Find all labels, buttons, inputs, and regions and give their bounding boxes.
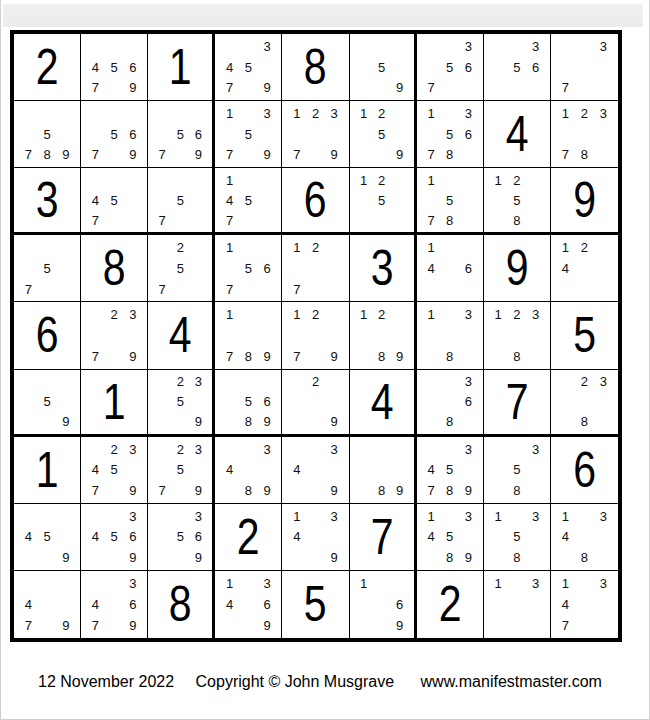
cell-r4c8[interactable]: 9 [484, 235, 551, 302]
pencil-marks: 89 [350, 437, 414, 503]
pencil-marks: 34679 [81, 571, 147, 638]
big-digit: 5 [288, 571, 342, 638]
cell-r6c9[interactable]: 238 [551, 370, 618, 437]
top-band [3, 4, 643, 27]
cell-r5c6[interactable]: 1289 [350, 302, 417, 369]
cell-r3c7[interactable]: 1578 [417, 168, 484, 235]
cell-r5c8[interactable]: 1238 [484, 302, 551, 369]
pencil-marks: 1238 [484, 302, 550, 368]
footer: 12 November 2022 Copyright © John Musgra… [38, 673, 602, 691]
cell-r9c1[interactable]: 479 [14, 571, 81, 638]
big-digit: 8 [87, 235, 141, 301]
pencil-marks: 1358 [484, 504, 550, 570]
cell-r5c9[interactable]: 5 [551, 302, 618, 369]
cell-r7c8[interactable]: 358 [484, 437, 551, 504]
pencil-marks: 34569 [81, 504, 147, 570]
cell-r2c5[interactable]: 12379 [282, 101, 349, 168]
big-digit: 1 [154, 34, 207, 100]
cell-r6c5[interactable]: 29 [282, 370, 349, 437]
big-digit: 5 [557, 302, 612, 368]
cell-r4c4[interactable]: 1567 [215, 235, 282, 302]
footer-website: www.manifestmaster.com [421, 673, 602, 690]
cell-r3c9[interactable]: 9 [551, 168, 618, 235]
pencil-marks: 356 [484, 34, 550, 100]
cell-r1c6[interactable]: 59 [350, 34, 417, 101]
cell-r5c7[interactable]: 138 [417, 302, 484, 369]
pencil-marks: 59 [14, 370, 80, 434]
pencil-marks: 1289 [350, 302, 414, 368]
cell-r2c2[interactable]: 5679 [81, 101, 148, 168]
cell-r7c2[interactable]: 234579 [81, 437, 148, 504]
big-digit: 8 [288, 34, 342, 100]
cell-r6c6[interactable]: 4 [350, 370, 417, 437]
pencil-marks: 13469 [215, 571, 281, 638]
cell-r2c7[interactable]: 135678 [417, 101, 484, 168]
cell-r3c5[interactable]: 6 [282, 168, 349, 235]
cell-r8c3[interactable]: 3569 [148, 504, 215, 571]
pencil-marks: 1349 [282, 504, 348, 570]
cell-r5c4[interactable]: 1789 [215, 302, 282, 369]
cell-r4c5[interactable]: 127 [282, 235, 349, 302]
pencil-marks: 5689 [215, 370, 281, 434]
pencil-marks: 12379 [282, 101, 348, 167]
cell-r2c6[interactable]: 1259 [350, 101, 417, 168]
pencil-marks: 349 [282, 437, 348, 503]
footer-date: 12 November 2022 [38, 673, 174, 690]
cell-r2c8[interactable]: 4 [484, 101, 551, 168]
pencil-marks: 57 [14, 235, 80, 301]
cell-r8c1[interactable]: 459 [14, 504, 81, 571]
cell-r3c2[interactable]: 457 [81, 168, 148, 235]
pencil-marks: 134589 [417, 504, 483, 570]
big-digit: 6 [288, 168, 342, 232]
big-digit: 1 [20, 437, 74, 503]
cell-r7c9[interactable]: 6 [551, 437, 618, 504]
big-digit: 7 [355, 504, 408, 570]
cell-r4c3[interactable]: 257 [148, 235, 215, 302]
cell-r6c7[interactable]: 368 [417, 370, 484, 437]
pencil-marks: 13579 [215, 101, 281, 167]
pencil-marks: 29 [282, 370, 348, 434]
pencil-marks: 2359 [148, 370, 212, 434]
pencil-marks: 3489 [215, 437, 281, 503]
sudoku-board: 2456791345798593567356375789567956791357… [10, 30, 622, 642]
cell-r3c1[interactable]: 3 [14, 168, 81, 235]
cell-r1c5[interactable]: 8 [282, 34, 349, 101]
pencil-marks: 1348 [551, 504, 618, 570]
footer-copyright: Copyright © John Musgrave [196, 673, 395, 690]
pencil-marks: 1789 [215, 302, 281, 368]
cell-r9c4[interactable]: 13469 [215, 571, 282, 638]
pencil-marks: 37 [551, 34, 618, 100]
cell-r6c8[interactable]: 7 [484, 370, 551, 437]
pencil-marks: 3569 [148, 504, 212, 570]
pencil-marks: 146 [417, 235, 483, 301]
cell-r9c5[interactable]: 5 [282, 571, 349, 638]
cell-r8c6[interactable]: 7 [350, 504, 417, 571]
pencil-marks: 1578 [417, 168, 483, 232]
pencil-marks: 1259 [350, 101, 414, 167]
cell-r5c5[interactable]: 1279 [282, 302, 349, 369]
big-digit: 6 [20, 302, 74, 368]
pencil-marks: 127 [282, 235, 348, 301]
big-digit: 3 [355, 235, 408, 301]
cell-r6c2[interactable]: 1 [81, 370, 148, 437]
pencil-marks: 57 [148, 168, 212, 232]
big-digit: 1 [87, 370, 141, 434]
cell-r7c6[interactable]: 89 [350, 437, 417, 504]
cell-r8c9[interactable]: 1348 [551, 504, 618, 571]
cell-r4c1[interactable]: 57 [14, 235, 81, 302]
cell-r1c1[interactable]: 2 [14, 34, 81, 101]
pencil-marks: 135678 [417, 101, 483, 167]
cell-r6c4[interactable]: 5689 [215, 370, 282, 437]
big-digit: 2 [423, 571, 477, 638]
cell-r6c3[interactable]: 2359 [148, 370, 215, 437]
pencil-marks: 479 [14, 571, 80, 638]
pencil-marks: 257 [148, 235, 212, 301]
cell-r8c2[interactable]: 34569 [81, 504, 148, 571]
cell-r7c4[interactable]: 3489 [215, 437, 282, 504]
cell-r9c2[interactable]: 34679 [81, 571, 148, 638]
pencil-marks: 459 [14, 504, 80, 570]
cell-r1c7[interactable]: 3567 [417, 34, 484, 101]
pencil-marks: 45679 [81, 34, 147, 100]
pencil-marks: 2379 [81, 302, 147, 368]
cell-r9c8[interactable]: 13 [484, 571, 551, 638]
big-digit: 2 [221, 504, 275, 570]
pencil-marks: 1279 [282, 302, 348, 368]
cell-r8c5[interactable]: 1349 [282, 504, 349, 571]
cell-r1c3[interactable]: 1 [148, 34, 215, 101]
pencil-marks: 234579 [81, 437, 147, 503]
cell-r4c6[interactable]: 3 [350, 235, 417, 302]
big-digit: 6 [557, 437, 612, 503]
cell-r6c1[interactable]: 59 [14, 370, 81, 437]
pencil-marks: 1347 [551, 571, 618, 638]
cell-r2c1[interactable]: 5789 [14, 101, 81, 168]
pencil-marks: 23579 [148, 437, 212, 503]
big-digit: 9 [557, 168, 612, 232]
big-digit: 2 [20, 34, 74, 100]
pencil-marks: 13 [484, 571, 550, 638]
cell-r3c3[interactable]: 57 [148, 168, 215, 235]
pencil-marks: 368 [417, 370, 483, 434]
cell-r1c8[interactable]: 356 [484, 34, 551, 101]
cell-r3c8[interactable]: 1258 [484, 168, 551, 235]
cell-r2c9[interactable]: 12378 [551, 101, 618, 168]
cell-r1c9[interactable]: 37 [551, 34, 618, 101]
cell-r8c8[interactable]: 1358 [484, 504, 551, 571]
cell-r4c9[interactable]: 124 [551, 235, 618, 302]
cell-r9c6[interactable]: 169 [350, 571, 417, 638]
cell-r9c3[interactable]: 8 [148, 571, 215, 638]
cell-r5c1[interactable]: 6 [14, 302, 81, 369]
cell-r1c2[interactable]: 45679 [81, 34, 148, 101]
big-digit: 9 [490, 235, 544, 301]
big-digit: 4 [490, 101, 544, 167]
big-digit: 4 [154, 302, 207, 368]
pencil-marks: 5679 [81, 101, 147, 167]
cell-r4c7[interactable]: 146 [417, 235, 484, 302]
pencil-marks: 3567 [417, 34, 483, 100]
cell-r7c3[interactable]: 23579 [148, 437, 215, 504]
cell-r2c3[interactable]: 5679 [148, 101, 215, 168]
cell-r3c6[interactable]: 125 [350, 168, 417, 235]
cell-r2c4[interactable]: 13579 [215, 101, 282, 168]
cell-r8c4[interactable]: 2 [215, 504, 282, 571]
pencil-marks: 5679 [148, 101, 212, 167]
cell-r7c1[interactable]: 1 [14, 437, 81, 504]
pencil-marks: 457 [81, 168, 147, 232]
pencil-marks: 238 [551, 370, 618, 434]
cell-r1c4[interactable]: 34579 [215, 34, 282, 101]
pencil-marks: 124 [551, 235, 618, 301]
pencil-marks: 34579 [215, 34, 281, 100]
cell-r3c4[interactable]: 1457 [215, 168, 282, 235]
cell-r8c7[interactable]: 134589 [417, 504, 484, 571]
pencil-marks: 169 [350, 571, 414, 638]
cell-r7c7[interactable]: 345789 [417, 437, 484, 504]
big-digit: 8 [154, 571, 207, 638]
pencil-marks: 12378 [551, 101, 618, 167]
pencil-marks: 358 [484, 437, 550, 503]
cell-r5c3[interactable]: 4 [148, 302, 215, 369]
pencil-marks: 125 [350, 168, 414, 232]
pencil-marks: 1457 [215, 168, 281, 232]
pencil-marks: 138 [417, 302, 483, 368]
big-digit: 4 [355, 370, 408, 434]
cell-r9c9[interactable]: 1347 [551, 571, 618, 638]
pencil-marks: 59 [350, 34, 414, 100]
big-digit: 3 [20, 168, 74, 232]
cell-r5c2[interactable]: 2379 [81, 302, 148, 369]
cell-r7c5[interactable]: 349 [282, 437, 349, 504]
cell-r4c2[interactable]: 8 [81, 235, 148, 302]
cell-r9c7[interactable]: 2 [417, 571, 484, 638]
pencil-marks: 1258 [484, 168, 550, 232]
pencil-marks: 345789 [417, 437, 483, 503]
big-digit: 7 [490, 370, 544, 434]
pencil-marks: 1567 [215, 235, 281, 301]
pencil-marks: 5789 [14, 101, 80, 167]
